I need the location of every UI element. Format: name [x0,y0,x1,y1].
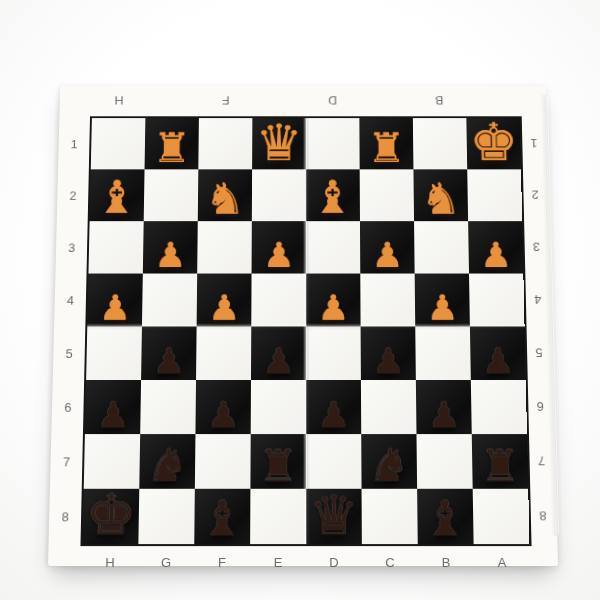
square-e3[interactable]: ♟ [252,221,306,273]
bottom-label-G: G [138,552,194,572]
square-a3[interactable]: ♟ [468,221,523,273]
square-g3[interactable]: ♟ [143,221,198,273]
square-b4[interactable]: ♟ [415,274,470,327]
square-g1[interactable]: ♜ [145,118,199,169]
square-a7[interactable]: ♜ [472,434,529,489]
square-b8[interactable]: ♝ [417,489,474,544]
left-label-2: 2 [63,169,83,221]
right-label-7: 7 [531,434,552,489]
black-pawn-h6[interactable]: ♟ [96,397,129,433]
white-bishop-h2[interactable]: ♝ [95,175,138,220]
white-pawn-a3[interactable]: ♟ [479,238,512,273]
square-e1[interactable]: ♛ [252,118,306,169]
bottom-label-B: B [418,552,474,572]
top-label-blank-7 [466,92,520,110]
black-rook-a7[interactable]: ♜ [480,444,521,488]
black-queen-d8[interactable]: ♛ [309,489,358,543]
chessboard-sheet: HFDB HGFEDCBA 12345678 12345678 ♜♛♜♚♝♞♝♞… [48,85,558,566]
square-g4[interactable] [142,274,197,327]
photo-backdrop: HFDB HGFEDCBA 12345678 12345678 ♜♛♜♚♝♞♝♞… [0,0,600,600]
square-h7[interactable] [84,434,140,489]
white-bishop-d2[interactable]: ♝ [312,175,354,220]
square-c5[interactable]: ♟ [361,326,416,380]
square-e6[interactable] [251,380,306,434]
white-queen-e1[interactable]: ♛ [255,118,302,168]
black-rook-e7[interactable]: ♜ [258,444,298,488]
square-h1[interactable] [91,118,146,169]
square-g5[interactable]: ♟ [141,326,197,380]
file-labels-bottom: HGFEDCBA [82,552,530,572]
left-label-7: 7 [56,434,77,489]
left-label-8: 8 [55,489,76,544]
square-e2[interactable] [252,169,306,221]
square-d1[interactable] [306,118,360,169]
square-f3[interactable] [197,221,252,273]
square-f1[interactable] [198,118,252,169]
black-bishop-f8[interactable]: ♝ [200,495,244,543]
top-label-B: B [413,92,467,110]
right-label-4: 4 [527,274,548,327]
top-label-blank-5 [359,92,413,110]
square-f5[interactable] [196,326,251,380]
right-label-1: 1 [524,118,544,169]
square-g7[interactable]: ♞ [139,434,195,489]
square-g2[interactable] [144,169,199,221]
square-b6[interactable]: ♟ [416,380,472,434]
square-d6[interactable]: ♟ [306,380,361,434]
right-label-6: 6 [530,380,551,434]
white-king-a1[interactable]: ♚ [469,116,519,168]
square-d8[interactable]: ♛ [306,489,362,544]
right-label-8: 8 [532,489,553,544]
square-c3[interactable]: ♟ [360,221,415,273]
square-d2[interactable]: ♝ [306,169,360,221]
square-e5[interactable]: ♟ [251,326,306,380]
square-d5[interactable] [306,326,361,380]
square-f8[interactable]: ♝ [194,489,250,544]
white-pawn-g3[interactable]: ♟ [154,238,187,273]
square-c4[interactable] [360,274,415,327]
square-b2[interactable]: ♞ [413,169,468,221]
bottom-label-H: H [82,552,138,572]
bottom-label-A: A [474,552,530,572]
square-c8[interactable] [362,489,418,544]
black-pawn-c5[interactable]: ♟ [372,344,405,379]
square-a8[interactable] [473,489,530,544]
square-f4[interactable]: ♟ [197,274,252,327]
square-c1[interactable]: ♜ [359,118,413,169]
square-b3[interactable] [414,221,469,273]
square-a6[interactable] [471,380,527,434]
right-label-2: 2 [525,169,546,221]
square-h3[interactable] [88,221,143,273]
square-a5[interactable]: ♟ [470,326,526,380]
black-pawn-f6[interactable]: ♟ [207,397,240,433]
square-h2[interactable]: ♝ [90,169,145,221]
square-h5[interactable] [86,326,142,380]
white-pawn-h4[interactable]: ♟ [98,290,131,325]
top-label-H: H [92,92,146,110]
white-knight-f2[interactable]: ♞ [204,177,245,221]
bottom-label-E: E [250,552,306,572]
square-e8[interactable] [250,489,306,544]
square-g6[interactable] [140,380,196,434]
left-label-1: 1 [64,118,84,169]
top-label-blank-3 [252,92,305,110]
left-label-4: 4 [60,274,81,327]
square-d4[interactable]: ♟ [306,274,361,327]
square-f7[interactable] [195,434,251,489]
black-pawn-g5[interactable]: ♟ [152,344,185,379]
square-f6[interactable]: ♟ [195,380,251,434]
square-c6[interactable] [361,380,417,434]
black-bishop-b8[interactable]: ♝ [423,495,467,543]
square-c2[interactable] [360,169,414,221]
square-c7[interactable]: ♞ [361,434,417,489]
white-pawn-b4[interactable]: ♟ [426,290,459,325]
square-h6[interactable]: ♟ [85,380,141,434]
bottom-label-D: D [306,552,362,572]
black-knight-c7[interactable]: ♞ [368,442,410,488]
square-f2[interactable]: ♞ [198,169,252,221]
rank-labels-left: 12345678 [55,118,85,544]
square-h8[interactable]: ♚ [82,489,139,544]
white-rook-c1[interactable]: ♜ [367,127,406,168]
square-e4[interactable] [251,274,306,327]
square-b7[interactable] [416,434,472,489]
top-label-D: D [306,92,359,110]
white-pawn-c3[interactable]: ♟ [371,238,403,273]
top-label-blank-1 [146,92,200,110]
top-label-F: F [199,92,253,110]
square-a1[interactable]: ♚ [466,118,521,169]
square-b5[interactable] [415,326,471,380]
black-knight-g7[interactable]: ♞ [146,442,188,488]
chess-board: ♜♛♜♚♝♞♝♞♟♟♟♟♟♟♟♟♟♟♟♟♟♟♟♟♞♜♞♜♚♝♛♝ [80,116,531,546]
square-e7[interactable]: ♜ [250,434,306,489]
black-pawn-e5[interactable]: ♟ [262,344,295,379]
white-rook-g1[interactable]: ♜ [152,127,191,168]
bottom-label-F: F [194,552,250,572]
left-label-5: 5 [59,326,80,380]
square-h4[interactable]: ♟ [87,274,143,327]
square-b1[interactable] [413,118,467,169]
file-labels-top: HFDB [92,92,520,110]
bottom-label-C: C [362,552,418,572]
square-d3[interactable] [306,221,360,273]
square-a2[interactable] [467,169,522,221]
left-label-6: 6 [57,380,78,434]
black-pawn-d6[interactable]: ♟ [317,397,350,433]
white-pawn-e3[interactable]: ♟ [263,238,295,273]
right-label-5: 5 [528,326,549,380]
black-pawn-a5[interactable]: ♟ [481,344,514,379]
right-label-3: 3 [526,221,547,273]
black-king-h8[interactable]: ♚ [85,487,137,543]
white-knight-b2[interactable]: ♞ [420,177,461,221]
white-pawn-d4[interactable]: ♟ [317,290,349,325]
square-g8[interactable] [138,489,194,544]
left-label-3: 3 [61,221,82,273]
black-pawn-b6[interactable]: ♟ [427,397,460,433]
white-pawn-f4[interactable]: ♟ [208,290,241,325]
square-d7[interactable] [306,434,362,489]
square-a4[interactable] [469,274,525,327]
